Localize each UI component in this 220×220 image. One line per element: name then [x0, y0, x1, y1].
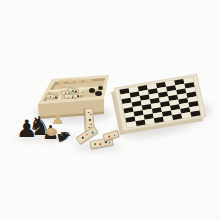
- domino-pip: [109, 142, 111, 144]
- wooden-piece-in-box: [75, 79, 82, 83]
- domino-pip: [99, 143, 101, 145]
- game-set-product-photo: ♟ ♞ ♟ ♟ ♞: [0, 0, 220, 220]
- black-piece-in-box: [95, 91, 102, 96]
- domino-pip: [114, 134, 116, 136]
- domino-pip: [90, 123, 92, 125]
- domino-pip: [94, 143, 96, 145]
- domino-pip: [77, 95, 79, 97]
- domino-pip: [80, 95, 82, 97]
- domino-pip: [81, 137, 83, 139]
- domino-pip: [108, 136, 110, 138]
- domino-pip: [55, 97, 57, 99]
- domino-pip: [72, 90, 74, 92]
- domino-pip: [86, 134, 88, 136]
- domino-pip: [105, 141, 107, 143]
- board-cell: [190, 111, 200, 117]
- wooden-piece-in-box: [66, 79, 74, 84]
- checker-disc: [46, 128, 57, 136]
- domino-pip: [91, 132, 93, 134]
- wooden-pawn: ♟: [51, 112, 64, 127]
- wooden-piece-in-box: [84, 79, 92, 84]
- domino-pip: [68, 96, 70, 98]
- domino-pip: [90, 114, 92, 116]
- domino-pip: [89, 119, 91, 121]
- black-piece-in-box: [98, 86, 103, 90]
- domino-pip: [49, 96, 51, 98]
